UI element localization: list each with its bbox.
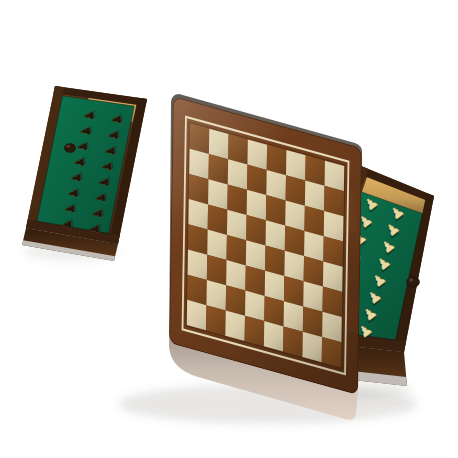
stored-piece: ♟ (74, 141, 90, 153)
drawer-knob-highlight (67, 145, 71, 148)
stored-piece: ♟ (86, 223, 102, 235)
chess-box-scene: ♟♟♟♟♟♟♟♟♟♟♟♟♟♟♟♟♟♟♟♟♟♟♟♟♟♟♟♟♟♟♟♟ ♟♟♟♟♟♟♟… (0, 0, 458, 458)
stored-piece: ♟ (96, 176, 112, 188)
stored-piece: ♟ (65, 187, 81, 199)
product-photo: ♟♟♟♟♟♟♟♟♟♟♟♟♟♟♟♟♟♟♟♟♟♟♟♟♟♟♟♟♟♟♟♟ ♟♟♟♟♟♟♟… (0, 0, 458, 458)
drawer-knob (407, 277, 420, 288)
stored-piece: ♟ (108, 114, 124, 126)
stored-piece: ♟ (89, 208, 105, 220)
drawer-knob (65, 143, 76, 152)
stored-piece: ♟ (99, 161, 115, 173)
drawer-knob-highlight (409, 278, 413, 281)
left-storage-drawer: ♟♟♟♟♟♟♟♟♟♟♟♟♟♟♟♟♟♟♟♟♟♟♟♟♟♟♟♟♟♟♟♟ (22, 86, 147, 261)
stored-piece: ♟ (59, 218, 75, 230)
stored-piece: ♟ (93, 192, 109, 204)
stored-piece: ♟ (68, 172, 84, 184)
stored-piece: ♟ (62, 203, 78, 215)
stored-piece: ♟ (102, 145, 118, 157)
stored-piece: ♟ (81, 110, 97, 122)
stored-piece: ♟ (78, 125, 94, 137)
stored-piece: ♟ (71, 156, 87, 168)
stored-piece: ♟ (105, 129, 121, 141)
